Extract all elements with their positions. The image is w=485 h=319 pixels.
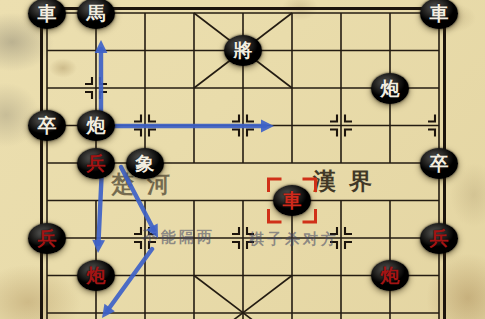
xiangqi-tutorial-screen: 楚河 漢界 不能隔两 棋子杀对方 車馬車將炮卒炮兵象卒車兵兵炮炮: [0, 0, 485, 319]
selection-highlight: [0, 0, 485, 319]
